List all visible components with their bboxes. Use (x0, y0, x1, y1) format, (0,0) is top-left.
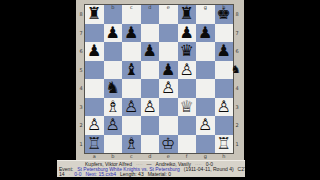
square-a1[interactable]: ♖ (85, 135, 104, 154)
square-g4[interactable] (196, 79, 215, 98)
square-h7[interactable] (215, 24, 234, 43)
square-d7[interactable] (141, 24, 160, 43)
file-label-b: b (104, 154, 123, 159)
square-f6[interactable]: ♛ (178, 42, 197, 61)
square-h4[interactable] (215, 79, 234, 98)
file-label-f: f (178, 154, 197, 159)
file-label-g: g (196, 5, 215, 10)
square-c1[interactable]: ♗ (122, 135, 141, 154)
moves-line-text: Material: 0 (148, 172, 171, 177)
piece-black-pawn-h6[interactable]: ♟ (217, 42, 231, 60)
square-f1[interactable] (178, 135, 197, 154)
square-e1[interactable]: ♔ (159, 135, 178, 154)
file-label-d: d (141, 154, 160, 159)
square-c3[interactable]: ♙ (122, 98, 141, 117)
square-c4[interactable] (122, 79, 141, 98)
piece-white-pawn-g2[interactable]: ♙ (198, 116, 212, 134)
square-b2[interactable]: ♙ (104, 116, 123, 135)
piece-white-pawn-f5[interactable]: ♙ (180, 61, 194, 79)
rank-label-7: 7 (78, 24, 84, 43)
file-label-h: h (215, 154, 234, 159)
square-a5[interactable] (85, 61, 104, 80)
content-frame: ♜♜♚♟♟♟♟♟♟♛♟♝♟♙♞♙♗♙♙♕♙♙♙♙♖♗♔♖ abcdefgh ab… (57, 0, 245, 180)
square-c6[interactable] (122, 42, 141, 61)
file-label-g: g (196, 154, 215, 159)
square-b3[interactable]: ♗ (104, 98, 123, 117)
piece-black-pawn-a6[interactable]: ♟ (87, 42, 101, 60)
square-h2[interactable] (215, 116, 234, 135)
rank-label-5: 5 (78, 61, 84, 80)
square-a7[interactable] (85, 24, 104, 43)
square-h6[interactable]: ♟ (215, 42, 234, 61)
square-a2[interactable]: ♙ (85, 116, 104, 135)
edge-marker-knight-icon[interactable]: ♞ (231, 64, 241, 76)
square-g1[interactable] (196, 135, 215, 154)
piece-black-bishop-c5[interactable]: ♝ (124, 61, 138, 79)
square-h3[interactable]: ♙ (215, 98, 234, 117)
piece-white-queen-f3[interactable]: ♕ (180, 98, 194, 116)
piece-black-pawn-c7[interactable]: ♟ (124, 24, 138, 42)
piece-white-rook-h1[interactable]: ♖ (217, 135, 231, 153)
square-d3[interactable]: ♙ (141, 98, 160, 117)
file-label-a: a (85, 5, 104, 10)
square-g3[interactable] (196, 98, 215, 117)
file-label-a: a (85, 154, 104, 159)
file-label-b: b (104, 5, 123, 10)
rank-label-3: 3 (234, 98, 240, 117)
square-f5[interactable]: ♙ (178, 61, 197, 80)
status-bar: Kupfers, Viktor Alfred····—Andreiko, Vas… (57, 160, 245, 177)
rank-label-1: 1 (78, 135, 84, 154)
rank-label-2: 2 (78, 116, 84, 135)
square-a3[interactable] (85, 98, 104, 117)
piece-white-pawn-b2[interactable]: ♙ (106, 116, 120, 134)
file-label-h: h (215, 5, 234, 10)
file-label-e: e (159, 154, 178, 159)
square-f2[interactable] (178, 116, 197, 135)
piece-white-bishop-c1[interactable]: ♗ (124, 135, 138, 153)
file-label-e: e (159, 5, 178, 10)
square-d6[interactable]: ♟ (141, 42, 160, 61)
rank-label-4: 4 (234, 79, 240, 98)
square-a4[interactable] (85, 79, 104, 98)
square-f3[interactable]: ♕ (178, 98, 197, 117)
square-a6[interactable]: ♟ (85, 42, 104, 61)
square-e6[interactable] (159, 42, 178, 61)
square-b5[interactable] (104, 61, 123, 80)
piece-white-pawn-c3[interactable]: ♙ (124, 98, 138, 116)
piece-black-pawn-d6[interactable]: ♟ (143, 42, 157, 60)
file-label-c: c (122, 5, 141, 10)
square-f7[interactable]: ♟ (178, 24, 197, 43)
piece-white-king-e1[interactable]: ♔ (161, 135, 175, 153)
file-label-c: c (122, 154, 141, 159)
piece-black-pawn-b7[interactable]: ♟ (106, 24, 120, 42)
rank-label-4: 4 (78, 79, 84, 98)
board-grid[interactable]: ♜♜♚♟♟♟♟♟♟♛♟♝♟♙♞♙♗♙♙♕♙♙♙♙♖♗♔♖ (85, 5, 233, 153)
square-e3[interactable] (159, 98, 178, 117)
event-line-text: C27 (238, 167, 245, 172)
piece-black-knight-b4[interactable]: ♞ (106, 79, 120, 97)
rank-label-8: 8 (78, 5, 84, 24)
rank-label-6: 6 (78, 42, 84, 61)
square-d5[interactable] (141, 61, 160, 80)
board-panel: ♜♜♚♟♟♟♟♟♟♛♟♝♟♙♞♙♗♙♙♕♙♙♙♙♖♗♔♖ abcdefgh ab… (76, 0, 244, 160)
piece-black-queen-f6[interactable]: ♛ (180, 42, 194, 60)
square-e4[interactable]: ♙ (159, 79, 178, 98)
square-f4[interactable] (178, 79, 197, 98)
file-label-f: f (178, 5, 197, 10)
square-b1[interactable] (104, 135, 123, 154)
square-b4[interactable]: ♞ (104, 79, 123, 98)
rank-label-7: 7 (234, 24, 240, 43)
square-b6[interactable] (104, 42, 123, 61)
piece-white-pawn-d3[interactable]: ♙ (143, 98, 157, 116)
video-frame-stage: ♜♜♚♟♟♟♟♟♟♛♟♝♟♙♞♙♗♙♙♕♙♙♙♙♖♗♔♖ abcdefgh ab… (0, 0, 320, 180)
file-label-d: d (141, 5, 160, 10)
moves-line-text: Next: 15.cxb4 (85, 172, 116, 177)
rank-label-6: 6 (234, 42, 240, 61)
rank-label-8: 8 (234, 5, 240, 24)
square-c5[interactable]: ♝ (122, 61, 141, 80)
event-line-text: (1911-04-11, Round 4) (184, 167, 234, 172)
piece-white-pawn-a2[interactable]: ♙ (87, 116, 101, 134)
square-b7[interactable]: ♟ (104, 24, 123, 43)
square-d4[interactable] (141, 79, 160, 98)
moves-line-text: 0-0 (74, 172, 81, 177)
rank-label-3: 3 (78, 98, 84, 117)
square-e5[interactable]: ♟ (159, 61, 178, 80)
moves-line-text: 14 (59, 172, 65, 177)
moves-line-text: Length: 43 (120, 172, 144, 177)
piece-white-pawn-e4[interactable]: ♙ (161, 79, 175, 97)
square-c7[interactable]: ♟ (122, 24, 141, 43)
piece-white-bishop-b3[interactable]: ♗ (106, 98, 120, 116)
piece-black-pawn-g7[interactable]: ♟ (198, 24, 212, 42)
square-h1[interactable]: ♖ (215, 135, 234, 154)
square-d2[interactable] (141, 116, 160, 135)
square-e7[interactable] (159, 24, 178, 43)
rank-label-1: 1 (234, 135, 240, 154)
moves-line-text: · (69, 172, 71, 177)
piece-black-pawn-e5[interactable]: ♟ (161, 61, 175, 79)
square-e2[interactable] (159, 116, 178, 135)
piece-white-rook-a1[interactable]: ♖ (87, 135, 101, 153)
piece-white-pawn-h3[interactable]: ♙ (217, 98, 231, 116)
piece-black-pawn-f7[interactable]: ♟ (180, 24, 194, 42)
square-d1[interactable] (141, 135, 160, 154)
square-g6[interactable] (196, 42, 215, 61)
square-g7[interactable]: ♟ (196, 24, 215, 43)
moves-line: 14·0-0Next: 15.cxb4Length: 43Material: 0 (57, 172, 245, 177)
square-c2[interactable] (122, 116, 141, 135)
rank-label-2: 2 (234, 116, 240, 135)
square-g2[interactable]: ♙ (196, 116, 215, 135)
square-g5[interactable] (196, 61, 215, 80)
